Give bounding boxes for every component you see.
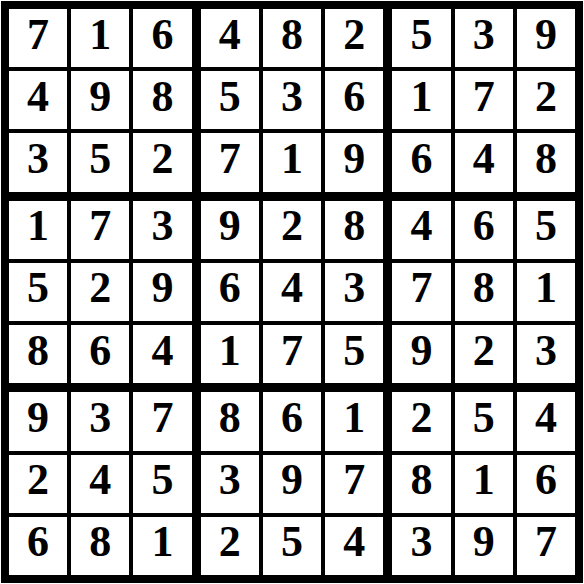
sudoku-cell-r8c9[interactable]: 6 [517, 455, 575, 513]
sudoku-cell-r2c8[interactable]: 7 [455, 71, 513, 129]
sudoku-cell-r8c3[interactable]: 5 [133, 455, 191, 513]
sudoku-cell-r5c1[interactable]: 5 [9, 263, 67, 321]
sudoku-cell-r7c4[interactable]: 8 [201, 392, 259, 450]
sudoku-cell-r6c2[interactable]: 6 [71, 325, 129, 383]
sudoku-cell-r4c1[interactable]: 1 [9, 201, 67, 259]
sudoku-cell-r3c5[interactable]: 1 [263, 133, 321, 191]
sudoku-cell-r6c1[interactable]: 8 [9, 325, 67, 383]
sudoku-cell-r3c9[interactable]: 8 [517, 133, 575, 191]
sudoku-cell-r4c2[interactable]: 7 [71, 201, 129, 259]
sudoku-cell-r8c1[interactable]: 2 [9, 455, 67, 513]
sudoku-cell-r1c4[interactable]: 4 [201, 9, 259, 67]
sudoku-cell-r2c6[interactable]: 6 [325, 71, 383, 129]
sudoku-cell-r3c1[interactable]: 3 [9, 133, 67, 191]
sudoku-page: 7164825394985361723527196481739284655296… [0, 0, 584, 584]
sudoku-cell-r7c9[interactable]: 4 [517, 392, 575, 450]
sudoku-cell-r9c1[interactable]: 6 [9, 517, 67, 575]
sudoku-cell-r4c8[interactable]: 6 [455, 201, 513, 259]
sudoku-cell-r4c5[interactable]: 2 [263, 201, 321, 259]
sudoku-cell-r5c2[interactable]: 2 [71, 263, 129, 321]
sudoku-cell-r5c8[interactable]: 8 [455, 263, 513, 321]
sudoku-board: 7164825394985361723527196481739284655296… [1, 1, 583, 583]
sudoku-cell-r1c5[interactable]: 8 [263, 9, 321, 67]
sudoku-cell-r7c5[interactable]: 6 [263, 392, 321, 450]
sudoku-cell-r8c8[interactable]: 1 [455, 455, 513, 513]
sudoku-cell-r8c4[interactable]: 3 [201, 455, 259, 513]
sudoku-cell-r2c7[interactable]: 1 [392, 71, 450, 129]
sudoku-cell-r2c1[interactable]: 4 [9, 71, 67, 129]
sudoku-cell-r4c4[interactable]: 9 [201, 201, 259, 259]
sudoku-cell-r1c8[interactable]: 3 [455, 9, 513, 67]
sudoku-cell-r7c3[interactable]: 7 [133, 392, 191, 450]
sudoku-cell-r5c3[interactable]: 9 [133, 263, 191, 321]
sudoku-cell-r6c5[interactable]: 7 [263, 325, 321, 383]
sudoku-cell-r7c1[interactable]: 9 [9, 392, 67, 450]
sudoku-cell-r9c5[interactable]: 5 [263, 517, 321, 575]
sudoku-cell-r3c4[interactable]: 7 [201, 133, 259, 191]
sudoku-cell-r6c8[interactable]: 2 [455, 325, 513, 383]
sudoku-cell-r1c6[interactable]: 2 [325, 9, 383, 67]
sudoku-cell-r4c3[interactable]: 3 [133, 201, 191, 259]
sudoku-cell-r1c7[interactable]: 5 [392, 9, 450, 67]
sudoku-cell-r5c9[interactable]: 1 [517, 263, 575, 321]
sudoku-cell-r3c6[interactable]: 9 [325, 133, 383, 191]
sudoku-cell-r2c3[interactable]: 8 [133, 71, 191, 129]
sudoku-cell-r5c7[interactable]: 7 [392, 263, 450, 321]
sudoku-cell-r6c7[interactable]: 9 [392, 325, 450, 383]
sudoku-cell-r6c3[interactable]: 4 [133, 325, 191, 383]
sudoku-cell-r2c4[interactable]: 5 [201, 71, 259, 129]
sudoku-cell-r7c7[interactable]: 2 [392, 392, 450, 450]
sudoku-cell-r8c2[interactable]: 4 [71, 455, 129, 513]
sudoku-cell-r9c3[interactable]: 1 [133, 517, 191, 575]
sudoku-cell-r6c4[interactable]: 1 [201, 325, 259, 383]
sudoku-cell-r6c6[interactable]: 5 [325, 325, 383, 383]
sudoku-cell-r9c4[interactable]: 2 [201, 517, 259, 575]
sudoku-cell-r1c1[interactable]: 7 [9, 9, 67, 67]
sudoku-cell-r2c9[interactable]: 2 [517, 71, 575, 129]
sudoku-cell-r9c6[interactable]: 4 [325, 517, 383, 575]
sudoku-cell-r9c2[interactable]: 8 [71, 517, 129, 575]
sudoku-cell-r3c7[interactable]: 6 [392, 133, 450, 191]
sudoku-cell-r1c9[interactable]: 9 [517, 9, 575, 67]
sudoku-cell-r9c8[interactable]: 9 [455, 517, 513, 575]
sudoku-cell-r4c7[interactable]: 4 [392, 201, 450, 259]
sudoku-cell-r7c6[interactable]: 1 [325, 392, 383, 450]
sudoku-cell-r8c5[interactable]: 9 [263, 455, 321, 513]
sudoku-cell-r5c6[interactable]: 3 [325, 263, 383, 321]
sudoku-cell-r1c3[interactable]: 6 [133, 9, 191, 67]
sudoku-cell-r9c7[interactable]: 3 [392, 517, 450, 575]
sudoku-cell-r7c2[interactable]: 3 [71, 392, 129, 450]
sudoku-cell-r3c8[interactable]: 4 [455, 133, 513, 191]
sudoku-cell-r2c2[interactable]: 9 [71, 71, 129, 129]
sudoku-cell-r1c2[interactable]: 1 [71, 9, 129, 67]
sudoku-cell-r8c7[interactable]: 8 [392, 455, 450, 513]
sudoku-cell-r4c9[interactable]: 5 [517, 201, 575, 259]
sudoku-cell-r4c6[interactable]: 8 [325, 201, 383, 259]
sudoku-cell-r6c9[interactable]: 3 [517, 325, 575, 383]
sudoku-cell-r2c5[interactable]: 3 [263, 71, 321, 129]
sudoku-cell-r8c6[interactable]: 7 [325, 455, 383, 513]
sudoku-cell-r5c5[interactable]: 4 [263, 263, 321, 321]
sudoku-cell-r3c2[interactable]: 5 [71, 133, 129, 191]
sudoku-cell-r3c3[interactable]: 2 [133, 133, 191, 191]
sudoku-cell-r7c8[interactable]: 5 [455, 392, 513, 450]
sudoku-cell-r9c9[interactable]: 7 [517, 517, 575, 575]
sudoku-cell-r5c4[interactable]: 6 [201, 263, 259, 321]
